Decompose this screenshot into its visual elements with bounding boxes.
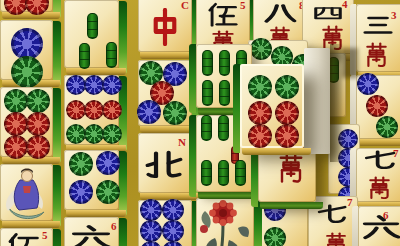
char-glyph-san3 [361,14,395,36]
char-glyph-liu6 [70,225,112,246]
tile-edge-bd [198,192,259,199]
dot-red [248,101,272,125]
char-glyph-bei [143,149,185,183]
tile-edge-r [119,151,127,216]
tile-corner-label: 5 [42,230,48,241]
tile-edge-b [358,139,400,146]
dot-red [366,95,388,117]
tile-edge-l [189,44,196,113]
tile-dots6-left[interactable] [0,87,53,157]
tile-dots5[interactable] [138,60,192,126]
dot-blue [69,180,93,204]
tile-edge-r [53,88,61,163]
bamboo-stick [106,42,117,68]
lady-flower-art [0,164,53,221]
tile-corner-label: 6 [111,221,117,232]
dot-green [4,89,28,113]
bamboo-stick [201,160,212,186]
tile-edge-r [119,218,127,246]
dot-green [248,75,272,99]
tile-north-wind[interactable]: N [138,133,192,193]
dot-green [264,227,286,246]
char-glyph-zhong [149,8,181,46]
tile-wan3[interactable]: 3 [356,4,400,72]
tile-red-dragon[interactable]: C [138,0,192,52]
dot-green [102,124,122,144]
tile-dots6-top[interactable] [240,64,304,148]
stack-shadow-right [330,44,343,162]
mahjong-board: 56CN58764371 [0,0,400,246]
chrysanthemum-flower-art [196,198,254,246]
tile-edge-b [2,221,60,228]
dot-red [275,101,299,125]
tile-dots6-topcut[interactable] [0,0,53,12]
tile-corner-label: 5 [240,0,246,11]
dot-blue [357,73,379,95]
tile-wan4[interactable]: 4 [302,0,354,54]
dot-green [250,38,272,60]
dot-red [26,135,50,159]
tile-edge-l [233,64,240,153]
bamboo-stick [202,50,213,76]
dot-blue [140,199,162,221]
char-glyph-wan [323,232,349,246]
raised-stack-side-highlight [304,48,330,154]
tile-corner-label: C [181,0,189,11]
tile-edge-r [53,165,61,227]
tile-wan5-left[interactable]: 5 [0,228,53,246]
dot-green [66,124,86,144]
tile-flower-chrys[interactable] [196,198,254,246]
tile-wan6-left[interactable]: 6 [64,217,119,246]
dot-green [26,89,50,113]
stack-shadow-gap [342,48,358,78]
tile-corner-label: 4 [342,0,348,10]
tile-dots9[interactable] [64,75,119,145]
bamboo-stick [218,115,229,141]
dot-red [4,135,28,159]
tile-corner-label: 3 [391,10,397,21]
char-glyph-wan [363,42,390,68]
tile-edge-r [53,229,61,246]
dot-green [376,116,398,138]
dot-green [275,75,299,99]
char-glyph-wan [276,152,306,184]
tile-edge-r [53,21,61,86]
dot-blue [140,241,162,246]
dot-green [69,152,93,176]
dot-blue [66,75,86,95]
tile-flower-lady[interactable] [0,164,53,221]
tile-edge-r [119,1,127,74]
tile-edge-bd [260,202,323,209]
bamboo-stick [219,50,230,76]
tile-dots8-bottomleft[interactable] [138,200,192,246]
dot-blue [96,151,120,175]
tile-corner-label: N [178,137,186,148]
char-glyph-qi7 [363,150,397,172]
char-glyph-wu5 [206,2,238,28]
bamboo-stick [219,80,230,106]
tile-bamboo3[interactable] [64,0,119,68]
dot-red [84,100,104,120]
tile-edge-lw [352,206,358,246]
dot-blue [162,241,184,246]
bamboo-stick [201,115,212,141]
bamboo-stick [79,43,90,69]
dot-red [102,100,122,120]
char-glyph-ba8 [263,2,297,24]
dot-blue [140,220,162,242]
tile-corner-label: 6 [383,210,389,221]
tile-wan7-up[interactable]: 7 [356,148,400,202]
bamboo-stick [235,160,246,186]
bamboo-stick [202,80,213,106]
dot-red [4,112,28,136]
dot-red [275,124,299,148]
dot-blue [162,199,184,221]
tile-dots4[interactable] [64,150,119,210]
tile-edge-b [242,148,311,155]
tile-corner-label: 7 [393,148,399,159]
char-glyph-liu6 [361,215,400,241]
tile-wan6-corner[interactable]: 6 [358,206,400,246]
dot-red [248,124,272,148]
char-glyph-si4 [311,4,345,22]
bamboo-stick [218,160,229,186]
dot-red [26,112,50,136]
tile-dots2-left[interactable] [0,20,53,80]
tile-dots3[interactable] [356,75,400,139]
tile-edge-l [189,115,196,197]
dot-blue [137,100,161,124]
dot-blue [162,220,184,242]
dot-green [96,180,120,204]
char-glyph-wu5 [6,232,40,246]
dot-red [66,100,86,120]
tile-edge-b [66,68,126,75]
dot-green [84,124,104,144]
dot-green [163,101,187,125]
bamboo-stick [87,13,98,39]
dot-blue [84,75,104,95]
dot-blue [102,75,122,95]
dot-green [11,56,43,88]
tile-edge-b [66,210,126,217]
char-glyph-wan [366,176,393,200]
